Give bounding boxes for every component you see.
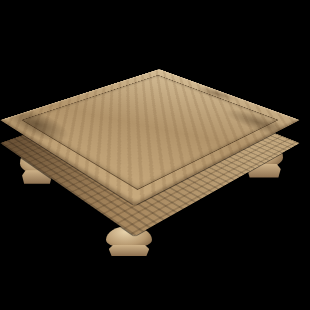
chess-table-scene: [0, 0, 310, 310]
chess-pieces-layer: [0, 0, 310, 310]
